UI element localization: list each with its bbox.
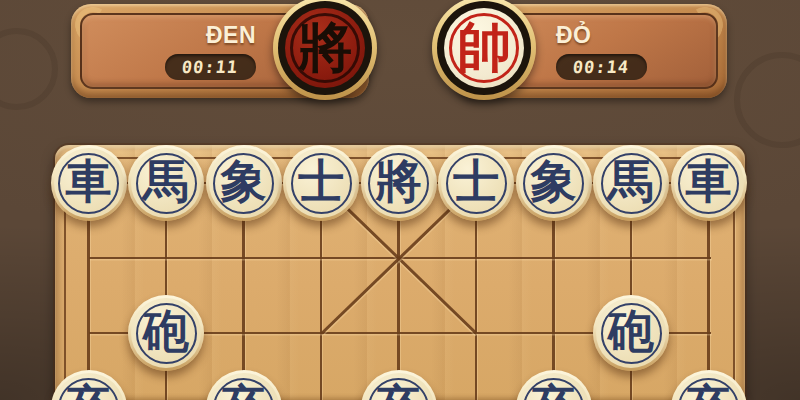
piece-face: 車 bbox=[54, 148, 124, 218]
piece-face: 象 bbox=[519, 148, 589, 218]
piece-face: 車 bbox=[674, 148, 744, 218]
board-piece-black-advisor[interactable]: 士 bbox=[438, 145, 514, 221]
black-general-glyph: 將 bbox=[298, 20, 352, 74]
game-screen: ĐEN 00:11 ĐỎ 00:14 將 帥 車馬象士將士象馬車砲砲卒卒卒卒卒 bbox=[0, 0, 800, 400]
xiangqi-board[interactable]: 車馬象士將士象馬車砲砲卒卒卒卒卒 bbox=[55, 145, 745, 400]
board-piece-black-general[interactable]: 將 bbox=[361, 145, 437, 221]
piece-face: 馬 bbox=[596, 148, 666, 218]
piece-face: 砲 bbox=[596, 298, 666, 368]
piece-glyph: 卒 bbox=[686, 383, 732, 400]
piece-glyph: 士 bbox=[453, 158, 499, 204]
red-player-timer: 00:14 bbox=[556, 54, 647, 80]
board-piece-black-cannon[interactable]: 砲 bbox=[128, 295, 204, 371]
red-player-name: ĐỎ bbox=[556, 22, 592, 49]
board-piece-black-chariot[interactable]: 車 bbox=[671, 145, 747, 221]
board-piece-black-elephant[interactable]: 象 bbox=[206, 145, 282, 221]
piece-glyph: 卒 bbox=[221, 383, 267, 400]
piece-face: 象 bbox=[209, 148, 279, 218]
piece-face: 將 bbox=[364, 148, 434, 218]
board-piece-black-cannon[interactable]: 砲 bbox=[593, 295, 669, 371]
red-general-avatar-icon: 帥 bbox=[432, 0, 536, 100]
black-player-timer: 00:11 bbox=[165, 54, 256, 80]
board-piece-black-advisor[interactable]: 士 bbox=[283, 145, 359, 221]
piece-glyph: 卒 bbox=[531, 383, 577, 400]
piece-face: 士 bbox=[286, 148, 356, 218]
piece-glyph: 將 bbox=[376, 158, 422, 204]
board-piece-black-horse[interactable]: 馬 bbox=[128, 145, 204, 221]
piece-glyph: 砲 bbox=[608, 308, 654, 354]
board-piece-black-elephant[interactable]: 象 bbox=[516, 145, 592, 221]
piece-face: 士 bbox=[441, 148, 511, 218]
board-piece-black-horse[interactable]: 馬 bbox=[593, 145, 669, 221]
piece-glyph: 卒 bbox=[66, 383, 112, 400]
black-player-name: ĐEN bbox=[206, 22, 256, 49]
piece-glyph: 象 bbox=[221, 158, 267, 204]
board-piece-black-chariot[interactable]: 車 bbox=[51, 145, 127, 221]
piece-glyph: 象 bbox=[531, 158, 577, 204]
red-general-glyph: 帥 bbox=[457, 20, 511, 74]
black-timer-text: 00:11 bbox=[181, 57, 239, 77]
piece-glyph: 砲 bbox=[143, 308, 189, 354]
piece-glyph: 車 bbox=[686, 158, 732, 204]
piece-glyph: 馬 bbox=[143, 158, 189, 204]
piece-face: 馬 bbox=[131, 148, 201, 218]
piece-glyph: 馬 bbox=[608, 158, 654, 204]
red-timer-text: 00:14 bbox=[572, 57, 630, 77]
piece-glyph: 卒 bbox=[376, 383, 422, 400]
piece-face: 砲 bbox=[131, 298, 201, 368]
piece-glyph: 車 bbox=[66, 158, 112, 204]
background-ornament bbox=[0, 28, 58, 110]
piece-glyph: 士 bbox=[298, 158, 344, 204]
background-ornament bbox=[734, 52, 800, 148]
black-general-avatar-icon: 將 bbox=[273, 0, 377, 100]
